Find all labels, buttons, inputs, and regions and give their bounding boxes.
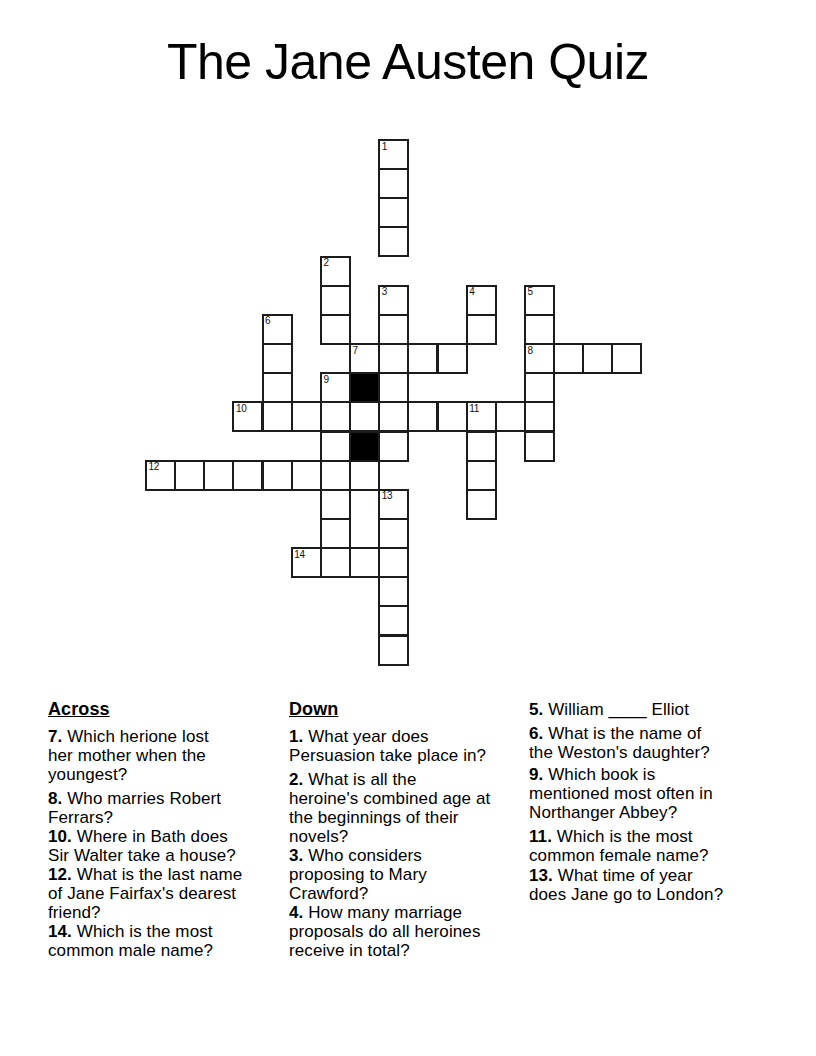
clue-1: 1. What year doesPersuasion take place i… xyxy=(289,727,523,765)
clue-text-line: 6. What is the name of xyxy=(529,724,771,743)
grid-cell[interactable] xyxy=(349,401,380,432)
down-header: Down xyxy=(289,700,523,719)
clue-text-line: common male name? xyxy=(48,941,286,960)
clue-text-line: 4. How many marriage xyxy=(289,903,523,922)
clue-number: 2. xyxy=(289,770,303,789)
across-header: Across xyxy=(48,700,286,719)
grid-cell[interactable] xyxy=(378,635,409,666)
clue-text-line: 12. What is the last name xyxy=(48,865,286,884)
clue-5: 5. William ____ Elliot xyxy=(529,700,771,719)
clue-text-line: 13. What time of year xyxy=(529,866,771,885)
clue-number: 4. xyxy=(289,903,303,922)
clue-text-line: Northanger Abbey? xyxy=(529,803,771,822)
cell-number: 9 xyxy=(323,375,328,385)
cell-number: 12 xyxy=(149,462,160,472)
clue-text-line: 7. Which herione lost xyxy=(48,727,286,746)
clue-text-line: mentioned most often in xyxy=(529,784,771,803)
clue-text-line: of Jane Fairfax's dearest xyxy=(48,884,286,903)
clue-text-line: youngest? xyxy=(48,765,286,784)
grid-cell[interactable] xyxy=(262,343,293,374)
clue-text-line: does Jane go to London? xyxy=(529,885,771,904)
clue-2: 2. What is all theheroine's combined age… xyxy=(289,770,523,846)
across-clue-list: 7. Which herione losther mother when the… xyxy=(48,727,286,960)
grid-cell[interactable] xyxy=(524,314,555,345)
grid-cell[interactable] xyxy=(611,343,642,374)
grid-cell[interactable] xyxy=(232,460,263,491)
grid-cell[interactable] xyxy=(320,401,351,432)
clue-4: 4. How many marriageproposals do all her… xyxy=(289,903,523,960)
grid-cell[interactable] xyxy=(582,343,613,374)
grid-cell[interactable] xyxy=(466,489,497,520)
clue-3: 3. Who considersproposing to MaryCrawfor… xyxy=(289,846,523,903)
clue-11: 11. Which is the mostcommon female name? xyxy=(529,827,771,865)
grid-cell[interactable] xyxy=(291,401,322,432)
grid-cell[interactable] xyxy=(378,605,409,636)
grid-cell[interactable] xyxy=(466,314,497,345)
cell-number: 13 xyxy=(382,491,393,501)
clue-number: 6. xyxy=(529,724,543,743)
clue-7: 7. Which herione losther mother when the… xyxy=(48,727,286,784)
clue-10: 10. Where in Bath doesSir Walter take a … xyxy=(48,827,286,865)
clue-text-line: proposals do all heroines xyxy=(289,922,523,941)
clue-text-line: 11. Which is the most xyxy=(529,827,771,846)
grid-cell[interactable] xyxy=(378,197,409,228)
grid-cell[interactable] xyxy=(262,401,293,432)
grid-cell[interactable] xyxy=(174,460,205,491)
down-clue-list-2: 5. William ____ Elliot6. What is the nam… xyxy=(529,700,771,904)
grid-cell[interactable] xyxy=(203,460,234,491)
grid-cell[interactable] xyxy=(378,168,409,199)
clue-text-line: Crawford? xyxy=(289,884,523,903)
clue-text-line: Persuasion take place in? xyxy=(289,746,523,765)
grid-cell[interactable] xyxy=(378,343,409,374)
clue-number: 5. xyxy=(529,700,543,719)
grid-cell[interactable] xyxy=(378,226,409,257)
grid-cell[interactable] xyxy=(378,372,409,403)
cell-number: 10 xyxy=(236,404,247,414)
clue-text-line: 2. What is all the xyxy=(289,770,523,789)
clue-text-line: friend? xyxy=(48,903,286,922)
clue-number: 10. xyxy=(48,827,72,846)
clue-text-line: heroine's combined age at xyxy=(289,789,523,808)
clue-number: 14. xyxy=(48,922,72,941)
clue-text-line: proposing to Mary xyxy=(289,865,523,884)
clue-text-line: 10. Where in Bath does xyxy=(48,827,286,846)
grid-cell[interactable] xyxy=(466,431,497,462)
clue-text-line: 8. Who marries Robert xyxy=(48,789,286,808)
grid-cell[interactable] xyxy=(437,343,468,374)
grid-cell[interactable] xyxy=(378,401,409,432)
clue-6: 6. What is the name ofthe Weston's daugh… xyxy=(529,724,771,762)
cell-number: 6 xyxy=(265,316,270,326)
clue-number: 3. xyxy=(289,846,303,865)
grid-cell[interactable] xyxy=(437,401,468,432)
clue-text-line: Sir Walter take a house? xyxy=(48,846,286,865)
cell-number: 5 xyxy=(527,287,532,297)
grid-cell[interactable] xyxy=(320,518,351,549)
down-clues-column-2: 5. William ____ Elliot6. What is the nam… xyxy=(529,700,771,904)
clue-text-line: Ferrars? xyxy=(48,808,286,827)
clue-number: 8. xyxy=(48,789,62,808)
cell-number: 11 xyxy=(469,404,479,414)
grid-cell[interactable] xyxy=(378,314,409,345)
clue-text-line: novels? xyxy=(289,827,523,846)
page-title: The Jane Austen Quiz xyxy=(0,33,816,91)
clue-text-line: receive in total? xyxy=(289,941,523,960)
grid-cell[interactable] xyxy=(378,576,409,607)
clue-number: 11. xyxy=(529,827,552,846)
cell-number: 7 xyxy=(353,346,358,356)
grid-cell[interactable] xyxy=(524,401,555,432)
black-cell xyxy=(349,431,380,462)
grid-cell[interactable] xyxy=(320,489,351,520)
grid-cell[interactable] xyxy=(524,372,555,403)
clue-number: 1. xyxy=(289,727,303,746)
clue-text-line: 1. What year does xyxy=(289,727,523,746)
down-clue-list-1: 1. What year doesPersuasion take place i… xyxy=(289,727,523,960)
down-clues-column: Down 1. What year doesPersuasion take pl… xyxy=(289,700,523,960)
grid-cell[interactable] xyxy=(320,285,351,316)
cell-number: 14 xyxy=(294,550,305,560)
grid-cell[interactable] xyxy=(320,314,351,345)
grid-cell[interactable] xyxy=(320,460,351,491)
clue-number: 7. xyxy=(48,727,62,746)
grid-cell[interactable] xyxy=(349,460,380,491)
clue-text-line: 14. Which is the most xyxy=(48,922,286,941)
clue-text-line: the beginnings of their xyxy=(289,808,523,827)
grid-cell[interactable] xyxy=(320,547,351,578)
clue-text-line: her mother when the xyxy=(48,746,286,765)
cell-number: 1 xyxy=(382,142,387,152)
grid-cell[interactable] xyxy=(291,460,322,491)
clue-13: 13. What time of yeardoes Jane go to Lon… xyxy=(529,866,771,904)
clue-8: 8. Who marries RobertFerrars? xyxy=(48,789,286,827)
grid-cell[interactable] xyxy=(378,518,409,549)
grid-cell[interactable] xyxy=(553,343,584,374)
black-cell xyxy=(349,372,380,403)
grid-cell[interactable] xyxy=(262,372,293,403)
clue-number: 12. xyxy=(48,865,72,884)
clue-text-line: common female name? xyxy=(529,846,771,865)
grid-cell[interactable] xyxy=(495,401,526,432)
cell-number: 3 xyxy=(382,287,387,297)
crossword-grid: 1234567891011121314 xyxy=(145,139,645,669)
clue-12: 12. What is the last nameof Jane Fairfax… xyxy=(48,865,286,922)
grid-cell[interactable] xyxy=(320,431,351,462)
cell-number: 8 xyxy=(527,346,532,356)
clue-text-line: the Weston's daughter? xyxy=(529,743,771,762)
grid-cell[interactable] xyxy=(466,460,497,491)
grid-cell[interactable] xyxy=(407,401,438,432)
clue-text-line: 9. Which book is xyxy=(529,765,771,784)
crossword-page: The Jane Austen Quiz 1234567891011121314… xyxy=(0,0,816,1056)
clue-text-line: 5. William ____ Elliot xyxy=(529,700,771,719)
grid-cell[interactable] xyxy=(349,547,380,578)
grid-cell[interactable] xyxy=(524,431,555,462)
across-clues-column: Across 7. Which herione losther mother w… xyxy=(48,700,286,960)
clue-text-line: 3. Who considers xyxy=(289,846,523,865)
clue-number: 9. xyxy=(529,765,543,784)
grid-cell[interactable] xyxy=(378,431,409,462)
cell-number: 2 xyxy=(323,258,328,268)
cell-number: 4 xyxy=(469,287,474,297)
clue-number: 13. xyxy=(529,866,553,885)
grid-cell[interactable] xyxy=(407,343,438,374)
clue-9: 9. Which book ismentioned most often inN… xyxy=(529,765,771,822)
grid-cell[interactable] xyxy=(262,460,293,491)
grid-cell[interactable] xyxy=(378,547,409,578)
clue-14: 14. Which is the mostcommon male name? xyxy=(48,922,286,960)
